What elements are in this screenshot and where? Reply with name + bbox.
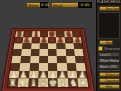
square-e1[interactable]: ♚ [48, 79, 58, 88]
board-scene: ♜♞♝♛♚♝♞♜♟♟♟♟♟♟♟♟♟♟♟♟♟♟♟♟♜♞♝♛♚♝♞♜ [1, 0, 95, 91]
white-clock: White 0:00 [26, 2, 48, 8]
separator [98, 70, 120, 71]
multiplayer-button[interactable]: Multiplayer [99, 72, 120, 77]
white-bishop-piece[interactable]: ♝ [28, 78, 38, 88]
white-king-piece[interactable]: ♚ [48, 78, 58, 88]
square-c2[interactable]: ♟ [29, 71, 39, 79]
black-clock: Black 0:00 [51, 2, 92, 8]
white-clock-label: White [26, 2, 40, 8]
square-h3[interactable] [75, 63, 85, 71]
board-frame: ♜♞♝♛♚♝♞♜♟♟♟♟♟♟♟♟♟♟♟♟♟♟♟♟♜♞♝♛♚♝♞♜ [1, 28, 95, 91]
red-pawn-piece[interactable]: ♟ [48, 36, 56, 44]
red-pawn-piece[interactable]: ♟ [14, 36, 22, 44]
black-player-select[interactable]: Black: CPU [98, 64, 120, 69]
white-rook-piece[interactable]: ♜ [78, 78, 88, 88]
option-show-moves[interactable]: Show moves [98, 46, 120, 51]
white-clock-time: 0:00 [40, 2, 48, 8]
square-h1[interactable]: ♜ [77, 79, 88, 88]
square-b3[interactable] [20, 63, 30, 71]
black-clock-time: 0:00 [78, 2, 92, 8]
square-h2[interactable]: ♟ [76, 71, 87, 79]
square-d2[interactable]: ♟ [38, 71, 48, 79]
square-f1[interactable]: ♝ [58, 79, 68, 88]
new-game-button[interactable]: New Game [99, 6, 120, 11]
black-clock-label: Black [51, 2, 78, 8]
sidebar-panel: FLASHCHESS III New Game Move Now Show mo… [96, 0, 121, 91]
white-player-select[interactable]: White: Human [98, 58, 120, 63]
red-pawn-piece[interactable]: ♟ [23, 36, 31, 44]
square-e4[interactable] [48, 56, 57, 63]
square-h4[interactable] [75, 56, 85, 63]
square-h5[interactable] [74, 49, 84, 56]
square-c5[interactable] [30, 49, 39, 56]
level-select[interactable]: Level 1 [98, 52, 120, 57]
square-d3[interactable] [39, 63, 48, 71]
download-button[interactable]: Download [99, 78, 120, 83]
square-d4[interactable] [39, 56, 48, 63]
square-c4[interactable] [30, 56, 39, 63]
white-rook-piece[interactable]: ♜ [8, 78, 18, 88]
white-knight-piece[interactable]: ♞ [68, 78, 78, 88]
white-bishop-piece[interactable]: ♝ [58, 78, 68, 88]
help-button[interactable]: Help [99, 84, 120, 89]
square-e3[interactable] [48, 63, 57, 71]
square-e5[interactable] [48, 49, 57, 56]
square-d1[interactable]: ♛ [38, 79, 48, 88]
square-c1[interactable]: ♝ [28, 79, 38, 88]
app-title: FLASHCHESS III [97, 0, 121, 5]
square-e2[interactable]: ♟ [48, 71, 58, 79]
checkbox-icon[interactable] [98, 46, 103, 51]
option-label: Show moves [104, 47, 120, 51]
move-list[interactable] [98, 12, 120, 39]
move-now-button[interactable]: Move Now [99, 40, 113, 45]
red-pawn-piece[interactable]: ♟ [73, 36, 81, 44]
white-knight-piece[interactable]: ♞ [18, 78, 28, 88]
square-d5[interactable] [39, 49, 48, 56]
chess-board[interactable]: ♜♞♝♛♚♝♞♜♟♟♟♟♟♟♟♟♟♟♟♟♟♟♟♟♜♞♝♛♚♝♞♜ [7, 31, 90, 88]
square-c3[interactable] [29, 63, 39, 71]
square-a3[interactable] [10, 63, 20, 71]
white-queen-piece[interactable]: ♛ [38, 78, 48, 88]
square-f2[interactable]: ♟ [57, 71, 67, 79]
red-pawn-piece[interactable]: ♟ [31, 36, 39, 44]
red-pawn-piece[interactable]: ♟ [40, 36, 48, 44]
